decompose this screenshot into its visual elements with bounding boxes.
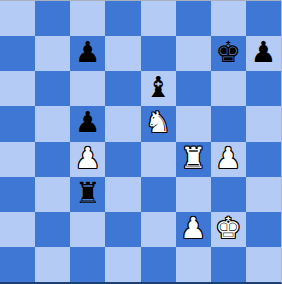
white-knight[interactable]: ♞ [145,108,171,137]
square-d6[interactable] [105,71,140,106]
square-b5[interactable] [35,106,70,141]
square-h2[interactable] [246,212,281,247]
square-b1[interactable] [35,247,70,282]
square-f1[interactable] [176,247,211,282]
square-a6[interactable] [0,71,35,106]
white-rook[interactable]: ♜ [180,144,206,173]
square-h4[interactable] [246,142,281,177]
square-e7[interactable] [141,36,176,71]
square-e2[interactable] [141,212,176,247]
square-b3[interactable] [35,177,70,212]
black-pawn[interactable]: ♟ [75,108,101,137]
square-e8[interactable] [141,1,176,36]
square-d8[interactable] [105,1,140,36]
square-f2[interactable]: ♟ [176,212,211,247]
square-h3[interactable] [246,177,281,212]
square-e4[interactable] [141,142,176,177]
black-bishop[interactable]: ♝ [145,73,171,102]
square-g7[interactable]: ♚ [211,36,246,71]
square-d4[interactable] [105,142,140,177]
black-pawn[interactable]: ♟ [250,38,276,67]
white-pawn[interactable]: ♟ [180,214,206,243]
square-f7[interactable] [176,36,211,71]
square-h8[interactable] [246,1,281,36]
square-d5[interactable] [105,106,140,141]
black-rook[interactable]: ♜ [75,179,101,208]
square-f4[interactable]: ♜ [176,142,211,177]
square-d2[interactable] [105,212,140,247]
square-a1[interactable] [0,247,35,282]
square-c5[interactable]: ♟ [70,106,105,141]
square-b7[interactable] [35,36,70,71]
square-c4[interactable]: ♟ [70,142,105,177]
square-a2[interactable] [0,212,35,247]
square-d7[interactable] [105,36,140,71]
square-b6[interactable] [35,71,70,106]
square-g1[interactable] [211,247,246,282]
square-a7[interactable] [0,36,35,71]
chess-app-window: ♟♚♟♝♟♞♟♜♟♜♟♚ [0,0,282,284]
square-e5[interactable]: ♞ [141,106,176,141]
black-king[interactable]: ♚ [215,38,241,67]
chess-board: ♟♚♟♝♟♞♟♜♟♜♟♚ [0,0,282,284]
square-f6[interactable] [176,71,211,106]
square-a3[interactable] [0,177,35,212]
square-h7[interactable]: ♟ [246,36,281,71]
square-c1[interactable] [70,247,105,282]
square-f8[interactable] [176,1,211,36]
square-e6[interactable]: ♝ [141,71,176,106]
square-h6[interactable] [246,71,281,106]
square-c6[interactable] [70,71,105,106]
square-g5[interactable] [211,106,246,141]
square-g8[interactable] [211,1,246,36]
square-a5[interactable] [0,106,35,141]
square-e1[interactable] [141,247,176,282]
square-c8[interactable] [70,1,105,36]
square-c2[interactable] [70,212,105,247]
square-b8[interactable] [35,1,70,36]
square-b4[interactable] [35,142,70,177]
square-h1[interactable] [246,247,281,282]
square-g2[interactable]: ♚ [211,212,246,247]
white-pawn[interactable]: ♟ [215,144,241,173]
square-e3[interactable] [141,177,176,212]
white-pawn[interactable]: ♟ [75,144,101,173]
square-g3[interactable] [211,177,246,212]
square-g4[interactable]: ♟ [211,142,246,177]
square-h5[interactable] [246,106,281,141]
white-king[interactable]: ♚ [215,214,241,243]
square-d1[interactable] [105,247,140,282]
square-c7[interactable]: ♟ [70,36,105,71]
square-f5[interactable] [176,106,211,141]
square-g6[interactable] [211,71,246,106]
square-d3[interactable] [105,177,140,212]
square-b2[interactable] [35,212,70,247]
black-pawn[interactable]: ♟ [75,38,101,67]
square-a8[interactable] [0,1,35,36]
square-a4[interactable] [0,142,35,177]
square-f3[interactable] [176,177,211,212]
square-c3[interactable]: ♜ [70,177,105,212]
